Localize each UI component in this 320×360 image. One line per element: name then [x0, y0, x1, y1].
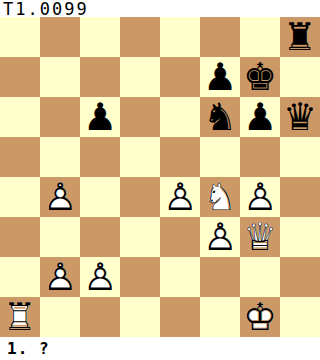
square-e3[interactable]: [160, 217, 200, 257]
square-c4[interactable]: [80, 177, 120, 217]
piece-glyph: ♜︎: [280, 17, 320, 57]
square-f8[interactable]: [200, 17, 240, 57]
piece-glyph: ♟︎: [80, 97, 120, 137]
square-d6[interactable]: [120, 97, 160, 137]
square-h3[interactable]: [280, 217, 320, 257]
piece-glyph: ♙︎: [40, 177, 80, 217]
square-c7[interactable]: [80, 57, 120, 97]
piece-glyph: ♛︎: [240, 217, 280, 257]
square-b1[interactable]: [40, 297, 80, 337]
square-d8[interactable]: [120, 17, 160, 57]
square-e7[interactable]: [160, 57, 200, 97]
piece-black-pawn[interactable]: ♟︎: [80, 97, 120, 137]
piece-glyph: ♟︎: [200, 217, 240, 257]
piece-white-rook[interactable]: ♜︎♖︎: [0, 297, 40, 337]
piece-glyph: ♛︎: [280, 97, 320, 137]
square-c2[interactable]: ♟︎♙︎: [80, 257, 120, 297]
piece-glyph: ♙︎: [240, 177, 280, 217]
square-g3[interactable]: ♛︎♕︎: [240, 217, 280, 257]
square-a5[interactable]: [0, 137, 40, 177]
square-c8[interactable]: [80, 17, 120, 57]
square-c5[interactable]: [80, 137, 120, 177]
piece-glyph: ♟︎: [40, 257, 80, 297]
move-prompt: 1. ?: [0, 337, 320, 360]
piece-glyph: ♚︎: [240, 297, 280, 337]
square-g7[interactable]: ♚︎: [240, 57, 280, 97]
piece-black-pawn[interactable]: ♟︎: [240, 97, 280, 137]
square-d1[interactable]: [120, 297, 160, 337]
piece-glyph: ♙︎: [200, 217, 240, 257]
square-c1[interactable]: [80, 297, 120, 337]
square-e8[interactable]: [160, 17, 200, 57]
piece-white-pawn[interactable]: ♟︎♙︎: [160, 177, 200, 217]
square-e6[interactable]: [160, 97, 200, 137]
square-d4[interactable]: [120, 177, 160, 217]
piece-glyph: ♖︎: [0, 297, 40, 337]
square-a3[interactable]: [0, 217, 40, 257]
piece-glyph: ♞︎: [200, 97, 240, 137]
square-h7[interactable]: [280, 57, 320, 97]
square-f4[interactable]: ♞︎♘︎: [200, 177, 240, 217]
square-c3[interactable]: [80, 217, 120, 257]
piece-black-king[interactable]: ♚︎: [240, 57, 280, 97]
square-g1[interactable]: ♚︎♔︎: [240, 297, 280, 337]
piece-white-pawn[interactable]: ♟︎♙︎: [40, 177, 80, 217]
square-d7[interactable]: [120, 57, 160, 97]
square-c6[interactable]: ♟︎: [80, 97, 120, 137]
square-d3[interactable]: [120, 217, 160, 257]
chess-board: ♜︎♟︎♚︎♟︎♞︎♟︎♛︎♟︎♙︎♟︎♙︎♞︎♘︎♟︎♙︎♟︎♙︎♛︎♕︎♟︎…: [0, 17, 320, 337]
piece-white-pawn[interactable]: ♟︎♙︎: [200, 217, 240, 257]
square-b4[interactable]: ♟︎♙︎: [40, 177, 80, 217]
piece-black-queen[interactable]: ♛︎: [280, 97, 320, 137]
chess-puzzle-app: T1.0099 ♜︎♟︎♚︎♟︎♞︎♟︎♛︎♟︎♙︎♟︎♙︎♞︎♘︎♟︎♙︎♟︎…: [0, 0, 320, 360]
square-b8[interactable]: [40, 17, 80, 57]
square-e2[interactable]: [160, 257, 200, 297]
piece-glyph: ♟︎: [80, 257, 120, 297]
square-a7[interactable]: [0, 57, 40, 97]
square-f7[interactable]: ♟︎: [200, 57, 240, 97]
square-h4[interactable]: [280, 177, 320, 217]
square-e4[interactable]: ♟︎♙︎: [160, 177, 200, 217]
square-h6[interactable]: ♛︎: [280, 97, 320, 137]
piece-glyph: ♟︎: [40, 177, 80, 217]
square-f3[interactable]: ♟︎♙︎: [200, 217, 240, 257]
piece-white-pawn[interactable]: ♟︎♙︎: [240, 177, 280, 217]
square-d2[interactable]: [120, 257, 160, 297]
piece-black-pawn[interactable]: ♟︎: [200, 57, 240, 97]
piece-glyph: ♘︎: [200, 177, 240, 217]
piece-black-knight[interactable]: ♞︎: [200, 97, 240, 137]
square-e5[interactable]: [160, 137, 200, 177]
piece-black-rook[interactable]: ♜︎: [280, 17, 320, 57]
piece-glyph: ♔︎: [240, 297, 280, 337]
square-g4[interactable]: ♟︎♙︎: [240, 177, 280, 217]
piece-glyph: ♚︎: [240, 57, 280, 97]
square-b2[interactable]: ♟︎♙︎: [40, 257, 80, 297]
square-f2[interactable]: [200, 257, 240, 297]
square-d5[interactable]: [120, 137, 160, 177]
square-f5[interactable]: [200, 137, 240, 177]
piece-white-pawn[interactable]: ♟︎♙︎: [40, 257, 80, 297]
square-g6[interactable]: ♟︎: [240, 97, 280, 137]
square-h8[interactable]: ♜︎: [280, 17, 320, 57]
square-f1[interactable]: [200, 297, 240, 337]
piece-glyph: ♟︎: [200, 57, 240, 97]
square-b7[interactable]: [40, 57, 80, 97]
square-b6[interactable]: [40, 97, 80, 137]
piece-white-queen[interactable]: ♛︎♕︎: [240, 217, 280, 257]
piece-white-knight[interactable]: ♞︎♘︎: [200, 177, 240, 217]
piece-white-king[interactable]: ♚︎♔︎: [240, 297, 280, 337]
piece-glyph: ♞︎: [200, 177, 240, 217]
piece-glyph: ♕︎: [240, 217, 280, 257]
square-g8[interactable]: [240, 17, 280, 57]
square-b3[interactable]: [40, 217, 80, 257]
piece-glyph: ♙︎: [160, 177, 200, 217]
square-h5[interactable]: [280, 137, 320, 177]
piece-glyph: ♜︎: [0, 297, 40, 337]
square-g2[interactable]: [240, 257, 280, 297]
square-a1[interactable]: ♜︎♖︎: [0, 297, 40, 337]
square-h1[interactable]: [280, 297, 320, 337]
square-e1[interactable]: [160, 297, 200, 337]
puzzle-title: T1.0099: [0, 0, 320, 17]
square-f6[interactable]: ♞︎: [200, 97, 240, 137]
piece-glyph: ♙︎: [80, 257, 120, 297]
square-h2[interactable]: [280, 257, 320, 297]
piece-glyph: ♟︎: [240, 97, 280, 137]
square-b5[interactable]: [40, 137, 80, 177]
square-a6[interactable]: [0, 97, 40, 137]
piece-glyph: ♙︎: [40, 257, 80, 297]
piece-glyph: ♟︎: [240, 177, 280, 217]
square-a4[interactable]: [0, 177, 40, 217]
piece-glyph: ♟︎: [160, 177, 200, 217]
square-g5[interactable]: [240, 137, 280, 177]
square-a2[interactable]: [0, 257, 40, 297]
piece-white-pawn[interactable]: ♟︎♙︎: [80, 257, 120, 297]
square-a8[interactable]: [0, 17, 40, 57]
